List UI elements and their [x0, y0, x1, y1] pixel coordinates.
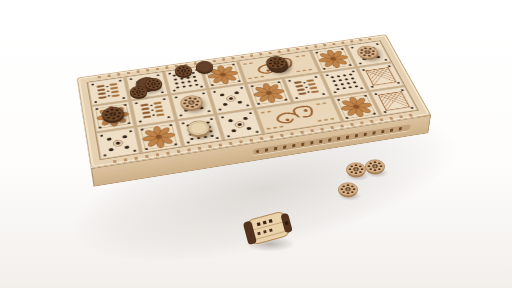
dotsDense-pattern [177, 115, 222, 146]
grid-pattern [370, 86, 418, 115]
rosette-pattern [332, 92, 380, 122]
board-cell[interactable] [209, 85, 253, 114]
dots5-pattern [96, 127, 140, 159]
board-scroll-panel[interactable] [256, 98, 342, 134]
board-cell[interactable] [332, 92, 380, 122]
game-piece-light[interactable] [363, 159, 387, 175]
product-photo-stage [0, 0, 512, 288]
board-cell[interactable] [177, 115, 222, 146]
dark-piece-disc [173, 64, 194, 78]
board-cell[interactable] [370, 86, 418, 115]
game-piece-dark[interactable] [173, 64, 194, 78]
scroll-ornament-pattern [256, 98, 342, 134]
rosette-pattern [137, 121, 182, 153]
board-cell[interactable] [88, 77, 129, 105]
board-cell[interactable] [217, 109, 263, 140]
rosette-pattern [247, 79, 292, 108]
board-cell[interactable] [96, 127, 140, 159]
rosette-pattern [92, 102, 135, 132]
game-piece-light[interactable] [336, 182, 360, 198]
dots5-pattern [217, 109, 263, 140]
game-piece-light[interactable] [183, 118, 215, 140]
game-piece-light[interactable] [176, 93, 207, 113]
game-piece-dark[interactable] [98, 105, 128, 126]
board-cell[interactable] [170, 90, 214, 119]
board-cell[interactable] [92, 102, 135, 132]
dots5-pattern [209, 85, 253, 114]
dark-piece-disc [98, 105, 128, 126]
light-piece-disc [183, 118, 215, 140]
game-piece-dark[interactable] [194, 60, 215, 74]
board-cell[interactable] [137, 121, 182, 153]
light-piece-disc [363, 159, 387, 175]
light-piece-disc [176, 93, 207, 113]
cuneiform-pattern [88, 77, 129, 105]
game-piece-dark[interactable] [143, 77, 164, 91]
light-piece-disc [336, 182, 360, 198]
dark-piece-disc [194, 60, 215, 74]
dark-piece-disc [143, 77, 164, 91]
board-cell[interactable] [247, 79, 292, 108]
